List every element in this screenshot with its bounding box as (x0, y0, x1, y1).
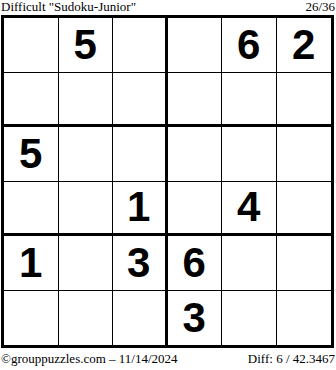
header: Difficult "Sudoku-Junior" 26/36 (0, 0, 336, 15)
cell-r4c6[interactable] (277, 182, 332, 237)
page: Difficult "Sudoku-Junior" 26/36 56251413… (0, 0, 336, 370)
cell-r2c4[interactable] (168, 73, 223, 128)
cell-r3c5[interactable] (222, 127, 277, 182)
cell-r4c2[interactable] (59, 182, 114, 237)
cell-r5c5[interactable] (222, 236, 277, 291)
cell-r2c6[interactable] (277, 73, 332, 128)
cell-r2c5[interactable] (222, 73, 277, 128)
footer: ©grouppuzzles.com – 11/14/2024 Diff: 6 /… (0, 351, 336, 366)
cell-r6c1[interactable] (4, 291, 59, 346)
cell-r1c4[interactable] (168, 18, 223, 73)
cell-r4c3[interactable]: 1 (113, 182, 168, 237)
progress-counter: 26/36 (305, 0, 335, 14)
copyright-text: ©grouppuzzles.com – 11/14/2024 (1, 351, 178, 366)
cell-r6c6[interactable] (277, 291, 332, 346)
cell-r1c3[interactable] (113, 18, 168, 73)
cell-r6c3[interactable] (113, 291, 168, 346)
cell-r6c4[interactable]: 3 (168, 291, 223, 346)
cell-r5c4[interactable]: 6 (168, 236, 223, 291)
cell-r5c6[interactable] (277, 236, 332, 291)
cell-r3c6[interactable] (277, 127, 332, 182)
cell-r4c1[interactable] (4, 182, 59, 237)
cell-r1c6[interactable]: 2 (277, 18, 332, 73)
cell-r6c2[interactable] (59, 291, 114, 346)
cell-r2c2[interactable] (59, 73, 114, 128)
cell-r1c2[interactable]: 5 (59, 18, 114, 73)
cell-r3c2[interactable] (59, 127, 114, 182)
cell-r3c4[interactable] (168, 127, 223, 182)
cell-r2c1[interactable] (4, 73, 59, 128)
cell-r2c3[interactable] (113, 73, 168, 128)
puzzle-title: Difficult "Sudoku-Junior" (1, 0, 136, 14)
sudoku-board: 5625141363 (1, 15, 334, 348)
cell-r4c4[interactable] (168, 182, 223, 237)
cell-r6c5[interactable] (222, 291, 277, 346)
difficulty-text: Diff: 6 / 42.3467 (248, 351, 335, 366)
cell-r3c3[interactable] (113, 127, 168, 182)
cell-r5c2[interactable] (59, 236, 114, 291)
cell-r4c5[interactable]: 4 (222, 182, 277, 237)
cell-r5c3[interactable]: 3 (113, 236, 168, 291)
cell-r3c1[interactable]: 5 (4, 127, 59, 182)
cell-r1c1[interactable] (4, 18, 59, 73)
cell-r1c5[interactable]: 6 (222, 18, 277, 73)
cell-r5c1[interactable]: 1 (4, 236, 59, 291)
